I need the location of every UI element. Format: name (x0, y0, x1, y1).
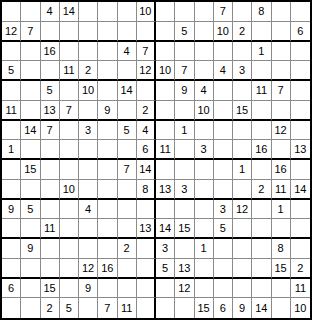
cell-r7c13[interactable] (233, 121, 252, 141)
cell-r15c13[interactable] (233, 279, 252, 299)
cell-r14c2[interactable] (21, 259, 40, 279)
cell-r2c7[interactable] (118, 22, 137, 42)
cell-r9c9[interactable] (156, 160, 175, 180)
cell-r8c12[interactable] (214, 140, 233, 160)
cell-r13c8[interactable] (137, 239, 156, 259)
cell-r11c7[interactable] (118, 200, 137, 220)
cell-r9c14[interactable] (252, 160, 271, 180)
cell-r11c4[interactable] (60, 200, 79, 220)
cell-r6c10[interactable] (175, 101, 194, 121)
cell-r1c13[interactable] (233, 2, 252, 22)
cell-r6c2[interactable] (21, 101, 40, 121)
cell-r11c8[interactable] (137, 200, 156, 220)
cell-r11c11[interactable] (195, 200, 214, 220)
cell-r12c14[interactable] (252, 219, 271, 239)
cell-r16c15[interactable] (272, 298, 291, 318)
cell-r5c10[interactable]: 9 (175, 81, 194, 101)
cell-r1c7[interactable] (118, 2, 137, 22)
cell-r13c3[interactable] (41, 239, 60, 259)
cell-r1c15[interactable] (272, 2, 291, 22)
cell-r16c4[interactable]: 5 (60, 298, 79, 318)
cell-r16c10[interactable] (175, 298, 194, 318)
cell-r4c6[interactable] (98, 61, 117, 81)
cell-r5c1[interactable] (2, 81, 21, 101)
cell-r3c6[interactable] (98, 42, 117, 62)
cell-r9c2[interactable]: 15 (21, 160, 40, 180)
cell-r15c8[interactable] (137, 279, 156, 299)
cell-r4c3[interactable] (41, 61, 60, 81)
cell-r14c11[interactable] (195, 259, 214, 279)
cell-r16c12[interactable]: 6 (214, 298, 233, 318)
cell-r4c7[interactable] (118, 61, 137, 81)
cell-r10c4[interactable]: 10 (60, 180, 79, 200)
cell-r3c3[interactable]: 16 (41, 42, 60, 62)
cell-r8c7[interactable] (118, 140, 137, 160)
cell-r10c1[interactable] (2, 180, 21, 200)
cell-r13c2[interactable]: 9 (21, 239, 40, 259)
cell-r12c8[interactable]: 13 (137, 219, 156, 239)
cell-r8c14[interactable]: 16 (252, 140, 271, 160)
cell-r12c5[interactable] (79, 219, 98, 239)
cell-r3c9[interactable] (156, 42, 175, 62)
cell-r15c9[interactable] (156, 279, 175, 299)
cell-r5c15[interactable]: 7 (272, 81, 291, 101)
cell-r8c3[interactable] (41, 140, 60, 160)
cell-r9c5[interactable] (79, 160, 98, 180)
cell-r6c11[interactable]: 10 (195, 101, 214, 121)
cell-r2c5[interactable] (79, 22, 98, 42)
cell-r12c11[interactable] (195, 219, 214, 239)
cell-r12c7[interactable] (118, 219, 137, 239)
cell-r13c12[interactable] (214, 239, 233, 259)
cell-r12c4[interactable] (60, 219, 79, 239)
cell-r13c5[interactable] (79, 239, 98, 259)
cell-r11c5[interactable]: 4 (79, 200, 98, 220)
cell-r14c1[interactable] (2, 259, 21, 279)
cell-r9c4[interactable] (60, 160, 79, 180)
cell-r5c16[interactable] (291, 81, 310, 101)
cell-r15c14[interactable] (252, 279, 271, 299)
cell-r6c8[interactable]: 2 (137, 101, 156, 121)
cell-r9c11[interactable] (195, 160, 214, 180)
cell-r11c1[interactable]: 9 (2, 200, 21, 220)
cell-r7c8[interactable]: 4 (137, 121, 156, 141)
cell-r8c1[interactable]: 1 (2, 140, 21, 160)
cell-r6c15[interactable] (272, 101, 291, 121)
cell-r6c3[interactable]: 13 (41, 101, 60, 121)
cell-r7c5[interactable]: 3 (79, 121, 98, 141)
cell-r2c6[interactable] (98, 22, 117, 42)
cell-r4c15[interactable] (272, 61, 291, 81)
cell-r3c12[interactable] (214, 42, 233, 62)
cell-r14c15[interactable]: 15 (272, 259, 291, 279)
cell-r5c5[interactable]: 10 (79, 81, 98, 101)
cell-r11c3[interactable] (41, 200, 60, 220)
cell-r15c7[interactable] (118, 279, 137, 299)
cell-r14c16[interactable]: 2 (291, 259, 310, 279)
cell-r14c3[interactable] (41, 259, 60, 279)
cell-r7c11[interactable] (195, 121, 214, 141)
cell-r8c2[interactable] (21, 140, 40, 160)
cell-r8c11[interactable]: 3 (195, 140, 214, 160)
cell-r1c2[interactable] (21, 2, 40, 22)
cell-r15c15[interactable] (272, 279, 291, 299)
cell-r2c15[interactable] (272, 22, 291, 42)
cell-r10c7[interactable] (118, 180, 137, 200)
cell-r13c1[interactable] (2, 239, 21, 259)
cell-r9c10[interactable] (175, 160, 194, 180)
cell-r14c13[interactable] (233, 259, 252, 279)
cell-r5c12[interactable] (214, 81, 233, 101)
cell-r3c5[interactable] (79, 42, 98, 62)
cell-r1c11[interactable] (195, 2, 214, 22)
cell-r8c9[interactable]: 11 (156, 140, 175, 160)
cell-r3c7[interactable]: 4 (118, 42, 137, 62)
cell-r13c9[interactable]: 3 (156, 239, 175, 259)
cell-r7c12[interactable] (214, 121, 233, 141)
sudoku-board: 4141078127510261647151121210743510149411… (0, 0, 312, 320)
cell-r3c13[interactable] (233, 42, 252, 62)
cell-r1c16[interactable] (291, 2, 310, 22)
cell-r8c8[interactable]: 6 (137, 140, 156, 160)
cell-r6c1[interactable]: 11 (2, 101, 21, 121)
cell-r6c5[interactable] (79, 101, 98, 121)
cell-r10c16[interactable]: 14 (291, 180, 310, 200)
cell-r6c4[interactable]: 7 (60, 101, 79, 121)
cell-r15c10[interactable]: 12 (175, 279, 194, 299)
cell-r9c15[interactable]: 16 (272, 160, 291, 180)
cell-r11c13[interactable]: 12 (233, 200, 252, 220)
cell-r3c4[interactable] (60, 42, 79, 62)
cell-r16c3[interactable]: 2 (41, 298, 60, 318)
cell-r6c16[interactable] (291, 101, 310, 121)
cell-r12c3[interactable]: 11 (41, 219, 60, 239)
cell-r16c8[interactable] (137, 298, 156, 318)
cell-r9c8[interactable]: 14 (137, 160, 156, 180)
cell-r2c9[interactable] (156, 22, 175, 42)
cell-r2c3[interactable] (41, 22, 60, 42)
cell-r10c13[interactable] (233, 180, 252, 200)
cell-r3c2[interactable] (21, 42, 40, 62)
cell-r8c10[interactable] (175, 140, 194, 160)
cell-r16c1[interactable] (2, 298, 21, 318)
cell-r14c10[interactable]: 13 (175, 259, 194, 279)
cell-r7c15[interactable]: 12 (272, 121, 291, 141)
cell-r12c13[interactable] (233, 219, 252, 239)
cell-r4c11[interactable] (195, 61, 214, 81)
cell-r1c8[interactable]: 10 (137, 2, 156, 22)
cell-r14c4[interactable] (60, 259, 79, 279)
cell-r15c1[interactable]: 6 (2, 279, 21, 299)
cell-r2c16[interactable]: 6 (291, 22, 310, 42)
cell-r1c12[interactable]: 7 (214, 2, 233, 22)
cell-r15c11[interactable] (195, 279, 214, 299)
cell-r2c4[interactable] (60, 22, 79, 42)
cell-r14c5[interactable]: 12 (79, 259, 98, 279)
cell-r16c6[interactable]: 7 (98, 298, 117, 318)
cell-r5c11[interactable]: 4 (195, 81, 214, 101)
cell-r12c2[interactable] (21, 219, 40, 239)
cell-r8c6[interactable] (98, 140, 117, 160)
cell-r5c3[interactable]: 5 (41, 81, 60, 101)
cell-r7c9[interactable] (156, 121, 175, 141)
cell-r9c1[interactable] (2, 160, 21, 180)
cell-r14c12[interactable] (214, 259, 233, 279)
cell-r9c13[interactable]: 1 (233, 160, 252, 180)
cell-r1c6[interactable] (98, 2, 117, 22)
cell-r8c5[interactable] (79, 140, 98, 160)
cell-r5c13[interactable] (233, 81, 252, 101)
cell-r1c10[interactable] (175, 2, 194, 22)
cell-r4c8[interactable]: 12 (137, 61, 156, 81)
cell-r4c13[interactable]: 3 (233, 61, 252, 81)
cell-r13c13[interactable] (233, 239, 252, 259)
cell-r5c9[interactable] (156, 81, 175, 101)
cell-r15c3[interactable]: 15 (41, 279, 60, 299)
cell-r12c9[interactable]: 14 (156, 219, 175, 239)
cell-r15c6[interactable] (98, 279, 117, 299)
cell-r9c3[interactable] (41, 160, 60, 180)
cell-r4c1[interactable]: 5 (2, 61, 21, 81)
cell-r4c10[interactable]: 7 (175, 61, 194, 81)
cell-r8c4[interactable] (60, 140, 79, 160)
cell-r16c9[interactable] (156, 298, 175, 318)
cell-r5c7[interactable]: 14 (118, 81, 137, 101)
cell-r11c10[interactable] (175, 200, 194, 220)
cell-r13c4[interactable] (60, 239, 79, 259)
cell-r5c4[interactable] (60, 81, 79, 101)
cell-r12c12[interactable]: 5 (214, 219, 233, 239)
cell-r7c4[interactable] (60, 121, 79, 141)
cell-r10c5[interactable] (79, 180, 98, 200)
cell-r5c2[interactable] (21, 81, 40, 101)
cell-r7c6[interactable] (98, 121, 117, 141)
cell-r7c14[interactable] (252, 121, 271, 141)
cell-r2c2[interactable]: 7 (21, 22, 40, 42)
cell-r10c2[interactable] (21, 180, 40, 200)
cell-r11c9[interactable] (156, 200, 175, 220)
cell-r13c15[interactable]: 8 (272, 239, 291, 259)
cell-r4c4[interactable]: 11 (60, 61, 79, 81)
cell-r7c7[interactable]: 5 (118, 121, 137, 141)
cell-r6c12[interactable] (214, 101, 233, 121)
cell-r12c10[interactable]: 15 (175, 219, 194, 239)
cell-r11c2[interactable]: 5 (21, 200, 40, 220)
cell-r3c10[interactable] (175, 42, 194, 62)
cell-r2c13[interactable]: 2 (233, 22, 252, 42)
cell-r8c16[interactable]: 13 (291, 140, 310, 160)
cell-r7c1[interactable] (2, 121, 21, 141)
cell-r10c15[interactable]: 11 (272, 180, 291, 200)
cell-r3c15[interactable] (272, 42, 291, 62)
cell-r16c7[interactable]: 11 (118, 298, 137, 318)
cell-r6c9[interactable] (156, 101, 175, 121)
cell-r7c2[interactable]: 14 (21, 121, 40, 141)
cell-r11c16[interactable] (291, 200, 310, 220)
cell-r13c14[interactable] (252, 239, 271, 259)
cell-r4c16[interactable] (291, 61, 310, 81)
cell-r3c16[interactable] (291, 42, 310, 62)
cell-r13c16[interactable] (291, 239, 310, 259)
cell-r15c4[interactable] (60, 279, 79, 299)
cell-r7c3[interactable]: 7 (41, 121, 60, 141)
cell-r1c3[interactable]: 4 (41, 2, 60, 22)
cell-r10c12[interactable] (214, 180, 233, 200)
cell-r11c6[interactable] (98, 200, 117, 220)
cell-r2c1[interactable]: 12 (2, 22, 21, 42)
cell-r15c16[interactable]: 11 (291, 279, 310, 299)
cell-r16c16[interactable]: 10 (291, 298, 310, 318)
cell-r16c13[interactable]: 9 (233, 298, 252, 318)
cell-r5c14[interactable]: 11 (252, 81, 271, 101)
cell-r14c7[interactable] (118, 259, 137, 279)
cell-r10c3[interactable] (41, 180, 60, 200)
cell-r7c16[interactable] (291, 121, 310, 141)
cell-r11c14[interactable] (252, 200, 271, 220)
cell-r8c15[interactable] (272, 140, 291, 160)
cell-r15c12[interactable] (214, 279, 233, 299)
cell-r14c14[interactable] (252, 259, 271, 279)
cell-r3c1[interactable] (2, 42, 21, 62)
cell-r6c14[interactable] (252, 101, 271, 121)
cell-r13c6[interactable] (98, 239, 117, 259)
cell-r1c1[interactable] (2, 2, 21, 22)
cell-r2c14[interactable] (252, 22, 271, 42)
cell-r13c7[interactable]: 2 (118, 239, 137, 259)
cell-r2c10[interactable]: 5 (175, 22, 194, 42)
cell-r6c7[interactable] (118, 101, 137, 121)
cell-r10c8[interactable]: 8 (137, 180, 156, 200)
cell-r10c6[interactable] (98, 180, 117, 200)
cell-r4c14[interactable] (252, 61, 271, 81)
cell-r5c6[interactable] (98, 81, 117, 101)
cell-r9c7[interactable]: 7 (118, 160, 137, 180)
cell-r16c11[interactable]: 15 (195, 298, 214, 318)
cell-r6c6[interactable]: 9 (98, 101, 117, 121)
cell-r3c11[interactable] (195, 42, 214, 62)
cell-r12c16[interactable] (291, 219, 310, 239)
cell-r16c5[interactable] (79, 298, 98, 318)
cell-r10c10[interactable]: 3 (175, 180, 194, 200)
cell-r4c5[interactable]: 2 (79, 61, 98, 81)
cell-r2c11[interactable] (195, 22, 214, 42)
cell-r1c9[interactable] (156, 2, 175, 22)
cell-r1c4[interactable]: 14 (60, 2, 79, 22)
cell-r14c6[interactable]: 16 (98, 259, 117, 279)
cell-r15c5[interactable]: 9 (79, 279, 98, 299)
cell-r9c6[interactable] (98, 160, 117, 180)
cell-r10c9[interactable]: 13 (156, 180, 175, 200)
cell-r12c1[interactable] (2, 219, 21, 239)
cell-r11c15[interactable]: 1 (272, 200, 291, 220)
cell-r2c12[interactable]: 10 (214, 22, 233, 42)
cell-r1c5[interactable] (79, 2, 98, 22)
cell-r6c13[interactable]: 15 (233, 101, 252, 121)
cell-r2c8[interactable] (137, 22, 156, 42)
cell-r4c12[interactable]: 4 (214, 61, 233, 81)
cell-r13c10[interactable] (175, 239, 194, 259)
cell-r14c8[interactable] (137, 259, 156, 279)
cell-r4c9[interactable]: 10 (156, 61, 175, 81)
cell-r3c8[interactable]: 7 (137, 42, 156, 62)
cell-r13c11[interactable]: 1 (195, 239, 214, 259)
cell-r16c14[interactable]: 14 (252, 298, 271, 318)
cell-r9c16[interactable] (291, 160, 310, 180)
cell-r3c14[interactable]: 1 (252, 42, 271, 62)
cell-r16c2[interactable] (21, 298, 40, 318)
cell-r8c13[interactable] (233, 140, 252, 160)
cell-r11c12[interactable]: 3 (214, 200, 233, 220)
cell-r10c14[interactable]: 2 (252, 180, 271, 200)
cell-r4c2[interactable] (21, 61, 40, 81)
cell-r12c6[interactable] (98, 219, 117, 239)
cell-r10c11[interactable] (195, 180, 214, 200)
cell-r12c15[interactable] (272, 219, 291, 239)
cell-r1c14[interactable]: 8 (252, 2, 271, 22)
cell-r9c12[interactable] (214, 160, 233, 180)
cell-r7c10[interactable]: 1 (175, 121, 194, 141)
cell-r5c8[interactable] (137, 81, 156, 101)
cell-r14c9[interactable]: 5 (156, 259, 175, 279)
cell-r15c2[interactable] (21, 279, 40, 299)
